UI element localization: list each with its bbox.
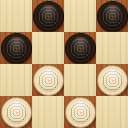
board-square[interactable] — [32, 32, 64, 64]
board-square[interactable] — [32, 96, 64, 128]
board-square[interactable] — [64, 0, 96, 32]
board-square[interactable]: ⛀ — [64, 96, 96, 128]
light-checker-piece[interactable]: ⛀ — [65, 97, 96, 128]
board-square[interactable]: ⛀ — [0, 96, 32, 128]
board-square[interactable]: ⛂ — [64, 32, 96, 64]
board-square[interactable] — [96, 96, 128, 128]
dark-checker-piece[interactable]: ⛂ — [65, 33, 96, 64]
board-square[interactable] — [64, 64, 96, 96]
checkers-board: ⛂⛂⛂⛂⛀⛀⛀⛀ — [0, 0, 128, 128]
dark-checker-piece[interactable]: ⛂ — [1, 33, 32, 64]
light-checker-piece[interactable]: ⛀ — [97, 65, 128, 96]
board-square[interactable]: ⛂ — [32, 0, 64, 32]
light-checker-piece[interactable]: ⛀ — [33, 65, 64, 96]
light-checker-piece[interactable]: ⛀ — [1, 97, 32, 128]
board-square[interactable] — [0, 0, 32, 32]
board-square[interactable]: ⛂ — [96, 0, 128, 32]
board-square[interactable] — [96, 32, 128, 64]
dark-checker-piece[interactable]: ⛂ — [97, 1, 128, 32]
board-square[interactable]: ⛀ — [96, 64, 128, 96]
dark-checker-piece[interactable]: ⛂ — [33, 1, 64, 32]
board-square[interactable]: ⛀ — [32, 64, 64, 96]
board-square[interactable] — [0, 64, 32, 96]
board-square[interactable]: ⛂ — [0, 32, 32, 64]
